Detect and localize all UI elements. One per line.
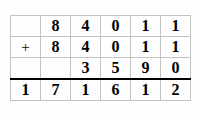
cell-r0c3: 0: [101, 16, 131, 37]
cell-r1c1: 8: [41, 37, 71, 58]
cell-r0c4: 1: [131, 16, 161, 37]
addend-row-3: 3 5 9 0: [11, 58, 191, 80]
addition-board: 8 4 0 1 1 + 8 4 0 1 1 3 5 9 0 1 7 1 6 1: [10, 15, 191, 101]
cell-r3c3: 6: [101, 79, 131, 101]
cell-r3c0: 1: [11, 79, 41, 101]
addition-grid: 8 4 0 1 1 + 8 4 0 1 1 3 5 9 0 1 7 1 6 1: [10, 15, 191, 101]
cell-r2c5: 0: [161, 58, 191, 80]
cell-r0c2: 4: [71, 16, 101, 37]
addend-row-2: + 8 4 0 1 1: [11, 37, 191, 58]
cell-r1c5: 1: [161, 37, 191, 58]
cell-r1c2: 4: [71, 37, 101, 58]
sum-row: 1 7 1 6 1 2: [11, 79, 191, 101]
cell-r0c0: [11, 16, 41, 37]
cell-r2c2: 3: [71, 58, 101, 80]
cell-r3c4: 1: [131, 79, 161, 101]
cell-r0c1: 8: [41, 16, 71, 37]
cell-r3c1: 7: [41, 79, 71, 101]
cell-r2c0: [11, 58, 41, 80]
cell-r1c4: 1: [131, 37, 161, 58]
cell-r1c3: 0: [101, 37, 131, 58]
cell-r3c2: 1: [71, 79, 101, 101]
cell-r2c1: [41, 58, 71, 80]
addend-row-1: 8 4 0 1 1: [11, 16, 191, 37]
cell-r3c5: 2: [161, 79, 191, 101]
plus-operator: +: [11, 37, 41, 58]
cell-r0c5: 1: [161, 16, 191, 37]
cell-r2c4: 9: [131, 58, 161, 80]
cell-r2c3: 5: [101, 58, 131, 80]
